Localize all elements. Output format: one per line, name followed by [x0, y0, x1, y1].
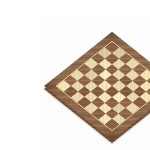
photo-background: Empty walnut and maple wooden chessboard… — [40, 16, 150, 150]
maple-inlay-line — [55, 41, 150, 132]
board-squares — [57, 42, 150, 130]
